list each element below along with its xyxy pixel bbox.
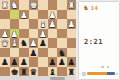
black-pawn[interactable]: ♟ [48,57,58,67]
square-h4[interactable]: ♟ [0,29,10,39]
progress-bar[interactable] [82,71,118,76]
square-h5[interactable]: ♛ [0,38,10,48]
white-rook[interactable]: ♜ [0,0,10,10]
tick-icon [101,66,104,68]
square-d6[interactable] [38,48,48,58]
square-g4[interactable]: ♟ [10,29,20,39]
square-c3[interactable]: ♟ [48,19,58,29]
square-c2[interactable]: ♟ [48,10,58,20]
square-f2[interactable]: ♟ [19,10,29,20]
square-g6[interactable] [10,48,20,58]
square-f3[interactable] [19,19,29,29]
square-a5[interactable] [67,38,77,48]
black-king[interactable]: ♚ [10,67,20,77]
white-pawn[interactable]: ♟ [67,19,77,29]
black-pawn[interactable]: ♟ [29,48,39,58]
square-f8[interactable]: ♜ [19,67,29,77]
black-bishop[interactable]: ♝ [48,67,58,77]
white-queen[interactable]: ♛ [0,38,10,48]
square-d1[interactable] [38,0,48,10]
black-pawn[interactable]: ♟ [67,57,77,67]
square-e7[interactable] [29,57,39,67]
square-b7[interactable]: ♟ [57,57,67,67]
square-e8[interactable]: ♛ [29,67,39,77]
square-e5[interactable]: ♟ [29,38,39,48]
white-pawn[interactable]: ♟ [38,29,48,39]
square-b4[interactable] [57,29,67,39]
bar-circle-icon [82,72,86,76]
square-e4[interactable] [29,29,39,39]
bar-tick-marks [101,66,115,69]
square-g2[interactable] [10,10,20,20]
square-h7[interactable]: ♟ [0,57,10,67]
square-a4[interactable] [67,29,77,39]
scrollbar-thumb[interactable] [50,77,65,80]
side-panel: ♞ 14 2:21 [76,0,120,80]
white-bishop[interactable]: ♝ [38,19,48,29]
square-a2[interactable] [67,10,77,20]
black-pawn[interactable]: ♟ [57,57,67,67]
move-indicator: ♞ 14 [83,4,117,12]
black-pawn[interactable]: ♟ [0,57,10,67]
square-h3[interactable] [0,19,10,29]
square-a7[interactable]: ♟ [67,57,77,67]
progress-orange-segment [87,72,107,76]
square-f7[interactable]: ♟ [19,57,29,67]
square-b8[interactable] [57,67,67,77]
square-d2[interactable] [38,10,48,20]
white-pawn[interactable]: ♟ [48,10,58,20]
bar-end-cap [116,73,118,75]
square-g5[interactable]: ♝ [10,38,20,48]
square-e2[interactable] [29,10,39,20]
square-b2[interactable] [57,10,67,20]
square-c5[interactable] [48,38,58,48]
white-king[interactable]: ♚ [29,0,39,10]
game-info-card: ♞ 14 2:21 [78,1,120,80]
square-a6[interactable] [67,48,77,58]
square-f6[interactable] [19,48,29,58]
square-b6[interactable]: ♞ [57,48,67,58]
move-number-label: 14 [91,5,98,11]
square-d8[interactable] [38,67,48,77]
white-rook[interactable]: ♜ [67,0,77,10]
square-f1[interactable] [19,0,29,10]
square-g3[interactable] [10,19,20,29]
square-h2[interactable] [0,10,10,20]
square-d5[interactable]: ♟ [38,38,48,48]
white-pawn[interactable]: ♟ [29,38,39,48]
square-c6[interactable] [48,48,58,58]
black-pawn[interactable]: ♟ [10,57,20,67]
square-a3[interactable]: ♟ [67,19,77,29]
black-pawn[interactable]: ♟ [38,38,48,48]
square-g8[interactable]: ♚ [10,67,20,77]
square-b1[interactable] [57,0,67,10]
square-d4[interactable]: ♟ [38,29,48,39]
square-f5[interactable]: ♞ [19,38,29,48]
square-c8[interactable]: ♝ [48,67,58,77]
square-e3[interactable] [29,19,39,29]
square-c1[interactable] [48,0,58,10]
black-pawn[interactable]: ♟ [19,57,29,67]
square-a1[interactable]: ♜ [67,0,77,10]
square-c7[interactable]: ♟ [48,57,58,67]
square-h6[interactable] [0,48,10,58]
white-pawn[interactable]: ♟ [48,19,58,29]
square-h8[interactable] [0,67,10,77]
black-knight[interactable]: ♞ [57,48,67,58]
square-a8[interactable]: ♜ [67,67,77,77]
progress-blue-segment [107,72,115,76]
white-pawn[interactable]: ♟ [0,29,10,39]
square-e6[interactable]: ♟ [29,48,39,58]
square-c4[interactable] [48,29,58,39]
black-queen[interactable]: ♛ [29,67,39,77]
square-h1[interactable]: ♜ [0,0,10,10]
knight-icon: ♞ [83,4,89,12]
black-knight[interactable]: ♞ [19,38,29,48]
square-g1[interactable]: ♞ [10,0,20,10]
tick-icon [107,66,110,68]
square-d3[interactable]: ♝ [38,19,48,29]
chess-board[interactable]: ♜♞♚♜♟♟♝♟♟♟♟♟♛♝♞♟♟♟♞♟♟♟♟♟♟♚♜♛♝♜ [0,0,76,76]
white-knight[interactable]: ♞ [10,0,20,10]
square-b3[interactable] [57,19,67,29]
white-pawn[interactable]: ♟ [10,29,20,39]
square-b5[interactable] [57,38,67,48]
square-e1[interactable]: ♚ [29,0,39,10]
black-rook[interactable]: ♜ [67,67,77,77]
white-pawn[interactable]: ♟ [19,10,29,20]
black-rook[interactable]: ♜ [19,67,29,77]
square-f4[interactable] [19,29,29,39]
player-clock: 2:21 [84,38,103,46]
square-d7[interactable] [38,57,48,67]
square-g7[interactable]: ♟ [10,57,20,67]
white-bishop[interactable]: ♝ [10,38,20,48]
